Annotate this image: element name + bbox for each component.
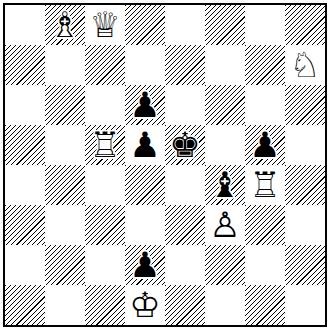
square-f6[interactable] [205,85,245,125]
chess-board: ♝♗♛♕♞♘♟♟♜♖♟♟♚♚♟♟♝♝♜♖♟♙♟♟♚♔ [5,5,325,325]
piece-glyph: ♖ [245,165,285,205]
square-g6[interactable] [245,85,285,125]
square-d4[interactable] [125,165,165,205]
square-a7[interactable] [5,45,45,85]
square-h3[interactable] [285,205,325,245]
piece-glyph: ♖ [85,125,125,165]
square-h7[interactable]: ♞♘ [285,45,325,85]
square-b1[interactable] [45,285,85,325]
square-h6[interactable] [285,85,325,125]
square-a2[interactable] [5,245,45,285]
piece-glyph: ♘ [285,45,325,85]
square-b7[interactable] [45,45,85,85]
square-a3[interactable] [5,205,45,245]
piece-glyph: ♟ [125,85,165,125]
black-pawn-icon: ♟♟ [125,245,165,285]
chess-diagram: ♝♗♛♕♞♘♟♟♜♖♟♟♚♚♟♟♝♝♜♖♟♙♟♟♚♔ [0,0,332,332]
piece-glyph: ♕ [85,5,125,45]
piece-glyph: ♟ [125,245,165,285]
square-f8[interactable] [205,5,245,45]
square-h8[interactable] [285,5,325,45]
piece-glyph: ♔ [125,285,165,325]
square-h4[interactable] [285,165,325,205]
white-rook-icon: ♜♖ [85,125,125,165]
square-c4[interactable] [85,165,125,205]
piece-glyph: ♝ [205,165,245,205]
square-d5[interactable]: ♟♟ [125,125,165,165]
square-g2[interactable] [245,245,285,285]
square-b4[interactable] [45,165,85,205]
board-frame: ♝♗♛♕♞♘♟♟♜♖♟♟♚♚♟♟♝♝♜♖♟♙♟♟♚♔ [3,3,327,327]
square-g4[interactable]: ♜♖ [245,165,285,205]
piece-glyph: ♟ [125,125,165,165]
square-c2[interactable] [85,245,125,285]
square-b6[interactable] [45,85,85,125]
square-d6[interactable]: ♟♟ [125,85,165,125]
square-c5[interactable]: ♜♖ [85,125,125,165]
black-pawn-icon: ♟♟ [125,125,165,165]
white-pawn-icon: ♟♙ [205,205,245,245]
square-d1[interactable]: ♚♔ [125,285,165,325]
square-c7[interactable] [85,45,125,85]
square-h2[interactable] [285,245,325,285]
square-f3[interactable]: ♟♙ [205,205,245,245]
square-e3[interactable] [165,205,205,245]
square-e4[interactable] [165,165,205,205]
black-king-icon: ♚♚ [165,125,205,165]
square-d7[interactable] [125,45,165,85]
square-b2[interactable] [45,245,85,285]
square-a1[interactable] [5,285,45,325]
white-rook-icon: ♜♖ [245,165,285,205]
square-e1[interactable] [165,285,205,325]
square-a8[interactable] [5,5,45,45]
square-c1[interactable] [85,285,125,325]
square-b3[interactable] [45,205,85,245]
black-bishop-icon: ♝♝ [205,165,245,205]
white-queen-icon: ♛♕ [85,5,125,45]
square-e7[interactable] [165,45,205,85]
square-f2[interactable] [205,245,245,285]
square-h5[interactable] [285,125,325,165]
square-a6[interactable] [5,85,45,125]
square-d8[interactable] [125,5,165,45]
square-e5[interactable]: ♚♚ [165,125,205,165]
square-g5[interactable]: ♟♟ [245,125,285,165]
square-g8[interactable] [245,5,285,45]
square-e8[interactable] [165,5,205,45]
square-f5[interactable] [205,125,245,165]
piece-glyph: ♗ [45,5,85,45]
square-f4[interactable]: ♝♝ [205,165,245,205]
square-f7[interactable] [205,45,245,85]
square-g7[interactable] [245,45,285,85]
square-e6[interactable] [165,85,205,125]
square-a4[interactable] [5,165,45,205]
square-d2[interactable]: ♟♟ [125,245,165,285]
piece-glyph: ♚ [165,125,205,165]
square-f1[interactable] [205,285,245,325]
square-c8[interactable]: ♛♕ [85,5,125,45]
white-bishop-icon: ♝♗ [45,5,85,45]
black-pawn-icon: ♟♟ [245,125,285,165]
square-d3[interactable] [125,205,165,245]
square-b8[interactable]: ♝♗ [45,5,85,45]
white-king-icon: ♚♔ [125,285,165,325]
square-c3[interactable] [85,205,125,245]
square-h1[interactable] [285,285,325,325]
square-b5[interactable] [45,125,85,165]
black-pawn-icon: ♟♟ [125,85,165,125]
square-e2[interactable] [165,245,205,285]
square-g1[interactable] [245,285,285,325]
piece-glyph: ♙ [205,205,245,245]
white-knight-icon: ♞♘ [285,45,325,85]
square-c6[interactable] [85,85,125,125]
square-g3[interactable] [245,205,285,245]
piece-glyph: ♟ [245,125,285,165]
square-a5[interactable] [5,125,45,165]
